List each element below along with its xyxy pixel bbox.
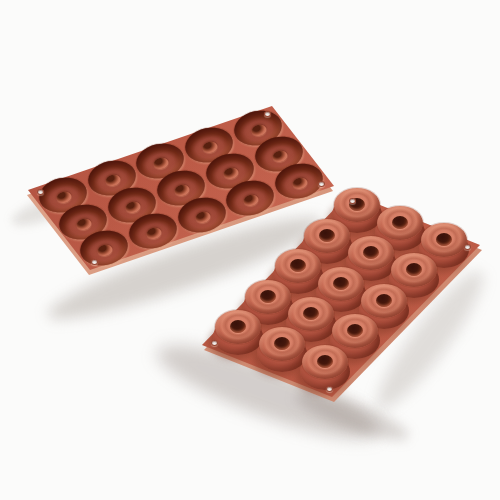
corner-hanging-hole (464, 244, 471, 250)
bump-center-hole (319, 229, 335, 242)
product-photo (0, 0, 500, 500)
bump-center-hole (260, 290, 276, 303)
bump-center-hole (290, 259, 306, 272)
bump-center-hole (363, 246, 379, 259)
bump-center-hole (333, 277, 349, 290)
bump-center-hole (317, 355, 333, 368)
mold-lower-right (0, 0, 500, 500)
bump-center-hole (436, 233, 452, 246)
bump-grid (0, 0, 500, 500)
donut-bump (300, 345, 350, 390)
bump-center-hole (392, 216, 408, 229)
bump-center-hole (347, 324, 363, 337)
corner-hanging-hole (326, 386, 333, 392)
